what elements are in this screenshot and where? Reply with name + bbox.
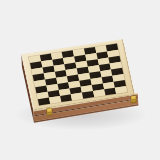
product-photo (0, 0, 160, 160)
checkerboard (28, 43, 128, 105)
brass-latch-right (131, 95, 137, 104)
brass-latch-left (46, 107, 52, 116)
board-square (115, 86, 127, 94)
